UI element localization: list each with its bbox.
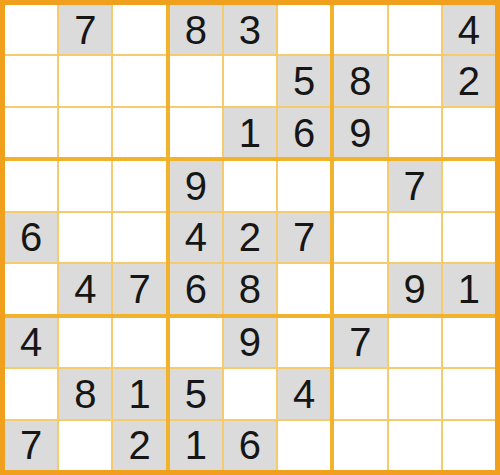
cell-r2c8[interactable] [389, 56, 441, 105]
cell-r6c4[interactable]: 6 [170, 264, 222, 313]
cell-r9c1[interactable]: 7 [5, 421, 57, 470]
cell-r6c2[interactable]: 4 [59, 264, 111, 313]
sudoku-box-r1c1: 7 [5, 5, 166, 157]
sudoku-box-r1c3: 4829 [334, 5, 495, 157]
cell-r5c6[interactable]: 7 [278, 213, 330, 262]
cell-r4c2[interactable] [59, 161, 111, 210]
cell-r7c1[interactable]: 4 [5, 318, 57, 367]
cell-r4c8[interactable]: 7 [389, 161, 441, 210]
cell-r2c1[interactable] [5, 56, 57, 105]
cell-r6c7[interactable] [334, 264, 386, 313]
cell-r2c9[interactable]: 2 [443, 56, 495, 105]
cell-r5c7[interactable] [334, 213, 386, 262]
cell-r4c7[interactable] [334, 161, 386, 210]
cell-r9c3[interactable]: 2 [113, 421, 165, 470]
cell-r7c5[interactable]: 9 [224, 318, 276, 367]
sudoku-box-r2c1: 647 [5, 161, 166, 313]
cell-r4c3[interactable] [113, 161, 165, 210]
cell-r9c7[interactable] [334, 421, 386, 470]
cell-r7c9[interactable] [443, 318, 495, 367]
cell-r4c6[interactable] [278, 161, 330, 210]
cell-r1c6[interactable] [278, 5, 330, 54]
cell-r8c3[interactable]: 1 [113, 369, 165, 418]
cell-r8c9[interactable] [443, 369, 495, 418]
cell-r3c7[interactable]: 9 [334, 108, 386, 157]
cell-r2c5[interactable] [224, 56, 276, 105]
cell-r3c5[interactable]: 1 [224, 108, 276, 157]
cell-r5c4[interactable]: 4 [170, 213, 222, 262]
cell-r6c5[interactable]: 8 [224, 264, 276, 313]
cell-r5c3[interactable] [113, 213, 165, 262]
cell-r6c3[interactable]: 7 [113, 264, 165, 313]
cell-r3c9[interactable] [443, 108, 495, 157]
sudoku-box-r1c2: 83516 [170, 5, 331, 157]
cell-r5c1[interactable]: 6 [5, 213, 57, 262]
cell-r4c9[interactable] [443, 161, 495, 210]
cell-r7c3[interactable] [113, 318, 165, 367]
cell-r5c5[interactable]: 2 [224, 213, 276, 262]
cell-r2c7[interactable]: 8 [334, 56, 386, 105]
cell-r8c5[interactable] [224, 369, 276, 418]
cell-r6c1[interactable] [5, 264, 57, 313]
cell-r8c6[interactable]: 4 [278, 369, 330, 418]
cell-r4c4[interactable]: 9 [170, 161, 222, 210]
sudoku-box-r3c2: 95416 [170, 318, 331, 470]
cell-r1c7[interactable] [334, 5, 386, 54]
cell-r9c6[interactable] [278, 421, 330, 470]
cell-r3c4[interactable] [170, 108, 222, 157]
sudoku-box-r3c3: 7 [334, 318, 495, 470]
cell-r7c7[interactable]: 7 [334, 318, 386, 367]
cell-r9c9[interactable] [443, 421, 495, 470]
cell-r7c2[interactable] [59, 318, 111, 367]
cell-r6c9[interactable]: 1 [443, 264, 495, 313]
cell-r2c4[interactable] [170, 56, 222, 105]
cell-r2c3[interactable] [113, 56, 165, 105]
cell-r1c8[interactable] [389, 5, 441, 54]
cell-r6c6[interactable] [278, 264, 330, 313]
cell-r5c8[interactable] [389, 213, 441, 262]
cell-r9c8[interactable] [389, 421, 441, 470]
sudoku-board: 783516482964794276879148172954167 [0, 0, 500, 475]
cell-r1c1[interactable] [5, 5, 57, 54]
cell-r7c4[interactable] [170, 318, 222, 367]
cell-r3c6[interactable]: 6 [278, 108, 330, 157]
cell-r3c1[interactable] [5, 108, 57, 157]
cell-r8c2[interactable]: 8 [59, 369, 111, 418]
cell-r1c2[interactable]: 7 [59, 5, 111, 54]
cell-r8c1[interactable] [5, 369, 57, 418]
sudoku-box-r3c1: 48172 [5, 318, 166, 470]
cell-r3c3[interactable] [113, 108, 165, 157]
cell-r4c1[interactable] [5, 161, 57, 210]
sudoku-box-r2c2: 942768 [170, 161, 331, 313]
cell-r4c5[interactable] [224, 161, 276, 210]
cell-r1c9[interactable]: 4 [443, 5, 495, 54]
cell-r3c2[interactable] [59, 108, 111, 157]
cell-r8c7[interactable] [334, 369, 386, 418]
cell-r9c2[interactable] [59, 421, 111, 470]
cell-r7c6[interactable] [278, 318, 330, 367]
cell-r9c4[interactable]: 1 [170, 421, 222, 470]
cell-r1c3[interactable] [113, 5, 165, 54]
cell-r2c6[interactable]: 5 [278, 56, 330, 105]
cell-r2c2[interactable] [59, 56, 111, 105]
sudoku-box-r2c3: 791 [334, 161, 495, 313]
cell-r8c8[interactable] [389, 369, 441, 418]
cell-r3c8[interactable] [389, 108, 441, 157]
cell-r9c5[interactable]: 6 [224, 421, 276, 470]
cell-r7c8[interactable] [389, 318, 441, 367]
cell-r1c4[interactable]: 8 [170, 5, 222, 54]
cell-r5c2[interactable] [59, 213, 111, 262]
cell-r5c9[interactable] [443, 213, 495, 262]
cell-r6c8[interactable]: 9 [389, 264, 441, 313]
cell-r1c5[interactable]: 3 [224, 5, 276, 54]
cell-r8c4[interactable]: 5 [170, 369, 222, 418]
